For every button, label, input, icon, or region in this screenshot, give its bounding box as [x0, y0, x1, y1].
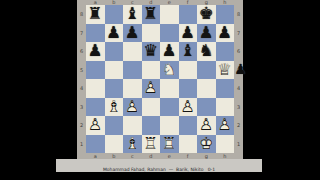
square-g6[interactable]: ♞ [197, 42, 216, 61]
piece-fill: ♛ [142, 42, 161, 61]
rank-label-2: 2 [77, 116, 86, 135]
square-d7[interactable] [142, 24, 161, 43]
piece-white-king-g1[interactable]: ♚♔ [197, 135, 216, 154]
square-d4[interactable]: ♟♙ [142, 79, 161, 98]
piece-black-pawn-f7[interactable]: ♟ [179, 24, 198, 43]
square-b8[interactable] [105, 5, 124, 24]
piece-white-pawn-d4[interactable]: ♟♙ [142, 79, 161, 98]
rank-label-6: 6 [234, 42, 243, 61]
piece-white-bishop-b3[interactable]: ♝♗ [105, 98, 124, 117]
square-f1[interactable] [179, 135, 198, 154]
piece-black-queen-d6[interactable]: ♛ [142, 42, 161, 61]
piece-fill: ♟ [179, 24, 198, 43]
square-f4[interactable] [179, 79, 198, 98]
piece-black-pawn-e6[interactable]: ♟ [160, 42, 179, 61]
piece-outline: ♖ [160, 135, 179, 154]
piece-black-bishop-f6[interactable]: ♝ [179, 42, 198, 61]
square-c4[interactable] [123, 79, 142, 98]
piece-fill: ♝ [123, 5, 142, 24]
piece-outline: ♘ [160, 61, 179, 80]
rank-labels-left: 87654321 [77, 5, 86, 153]
piece-black-pawn-g7[interactable]: ♟ [197, 24, 216, 43]
square-c6[interactable] [123, 42, 142, 61]
square-d8[interactable]: ♜ [142, 5, 161, 24]
material-black-pawn-icon: ♟ [233, 61, 248, 78]
piece-black-rook-d8[interactable]: ♜ [142, 5, 161, 24]
piece-outline: ♗ [105, 98, 124, 117]
square-a6[interactable]: ♟ [86, 42, 105, 61]
piece-outline: ♙ [179, 98, 198, 117]
square-g8[interactable]: ♚ [197, 5, 216, 24]
piece-outline: ♙ [123, 98, 142, 117]
square-d2[interactable] [142, 116, 161, 135]
square-d5[interactable] [142, 61, 161, 80]
piece-white-rook-e1[interactable]: ♜♖ [160, 135, 179, 154]
square-h4[interactable] [216, 79, 235, 98]
rank-label-7: 7 [234, 24, 243, 43]
piece-outline: ♙ [216, 116, 235, 135]
rank-label-8: 8 [77, 5, 86, 24]
square-b4[interactable] [105, 79, 124, 98]
square-b7[interactable]: ♟ [105, 24, 124, 43]
piece-black-knight-g6[interactable]: ♞ [197, 42, 216, 61]
piece-fill: ♟ [216, 24, 235, 43]
piece-white-pawn-h2[interactable]: ♟♙ [216, 116, 235, 135]
square-d3[interactable] [142, 98, 161, 117]
square-e3[interactable] [160, 98, 179, 117]
rank-labels-right: 87654321 [234, 5, 243, 153]
caption-players-result: Mohammad Fahad, Rahman — Barik, Nikito 0… [56, 168, 262, 172]
square-f8[interactable] [179, 5, 198, 24]
square-f5[interactable] [179, 61, 198, 80]
piece-outline: ♗ [123, 135, 142, 154]
square-a4[interactable] [86, 79, 105, 98]
piece-outline: ♙ [197, 116, 216, 135]
square-e8[interactable] [160, 5, 179, 24]
square-f2[interactable] [179, 116, 198, 135]
piece-black-pawn-a6[interactable]: ♟ [86, 42, 105, 61]
piece-outline: ♖ [142, 135, 161, 154]
piece-white-pawn-c3[interactable]: ♟♙ [123, 98, 142, 117]
rank-label-8: 8 [234, 5, 243, 24]
piece-black-pawn-h7[interactable]: ♟ [216, 24, 235, 43]
square-a1[interactable] [86, 135, 105, 154]
square-b3[interactable]: ♝♗ [105, 98, 124, 117]
square-a7[interactable] [86, 24, 105, 43]
square-e4[interactable] [160, 79, 179, 98]
square-g2[interactable]: ♟♙ [197, 116, 216, 135]
piece-outline: ♔ [197, 135, 216, 154]
square-c5[interactable] [123, 61, 142, 80]
piece-fill: ♜ [142, 5, 161, 24]
rank-label-4: 4 [77, 79, 86, 98]
square-f6[interactable]: ♝ [179, 42, 198, 61]
piece-fill: ♟ [123, 24, 142, 43]
square-h8[interactable] [216, 5, 235, 24]
square-e7[interactable] [160, 24, 179, 43]
square-c1[interactable]: ♝♗ [123, 135, 142, 154]
square-h5[interactable]: ♛♕ [216, 61, 235, 80]
rank-label-6: 6 [77, 42, 86, 61]
rank-label-3: 3 [234, 98, 243, 117]
piece-outline: ♕ [216, 61, 235, 80]
square-a3[interactable] [86, 98, 105, 117]
rank-label-3: 3 [77, 98, 86, 117]
piece-white-pawn-g2[interactable]: ♟♙ [197, 116, 216, 135]
square-c7[interactable]: ♟ [123, 24, 142, 43]
square-h1[interactable] [216, 135, 235, 154]
piece-white-pawn-f3[interactable]: ♟♙ [179, 98, 198, 117]
square-c2[interactable] [123, 116, 142, 135]
square-b5[interactable] [105, 61, 124, 80]
rank-label-2: 2 [234, 116, 243, 135]
piece-white-pawn-a2[interactable]: ♟♙ [86, 116, 105, 135]
rank-label-5: 5 [77, 61, 86, 80]
square-h7[interactable]: ♟ [216, 24, 235, 43]
piece-fill: ♜ [86, 5, 105, 24]
square-b6[interactable] [105, 42, 124, 61]
square-f3[interactable]: ♟♙ [179, 98, 198, 117]
square-a2[interactable]: ♟♙ [86, 116, 105, 135]
square-a5[interactable] [86, 61, 105, 80]
square-e1[interactable]: ♜♖ [160, 135, 179, 154]
piece-black-pawn-b7[interactable]: ♟ [105, 24, 124, 43]
piece-fill: ♞ [197, 42, 216, 61]
square-h3[interactable] [216, 98, 235, 117]
piece-fill: ♟ [197, 24, 216, 43]
chess-board-panel: abcdefgh 87654321 ♜♝♜♚♟♟♟♟♟♟♛♟♝♞♞♘♛♕♟♙♝♗… [77, 0, 243, 160]
rank-label-1: 1 [234, 135, 243, 154]
square-e5[interactable]: ♞♘ [160, 61, 179, 80]
piece-fill: ♟ [86, 42, 105, 61]
square-g3[interactable] [197, 98, 216, 117]
caption-bar: Mohammad Fahad, Rahman — Barik, Nikito 0… [56, 159, 262, 172]
square-e2[interactable] [160, 116, 179, 135]
square-e6[interactable]: ♟ [160, 42, 179, 61]
piece-fill: ♟ [160, 42, 179, 61]
square-h6[interactable] [216, 42, 235, 61]
piece-outline: ♙ [86, 116, 105, 135]
square-c3[interactable]: ♟♙ [123, 98, 142, 117]
piece-black-rook-a8[interactable]: ♜ [86, 5, 105, 24]
piece-black-pawn-c7[interactable]: ♟ [123, 24, 142, 43]
chess-board[interactable]: ♜♝♜♚♟♟♟♟♟♟♛♟♝♞♞♘♛♕♟♙♝♗♟♙♟♙♟♙♟♙♟♙♝♗♜♖♜♖♚♔ [86, 5, 234, 153]
piece-black-king-g8[interactable]: ♚ [197, 5, 216, 24]
square-b1[interactable] [105, 135, 124, 154]
square-h2[interactable]: ♟♙ [216, 116, 235, 135]
rank-label-7: 7 [77, 24, 86, 43]
square-g4[interactable] [197, 79, 216, 98]
piece-white-knight-e5[interactable]: ♞♘ [160, 61, 179, 80]
square-c8[interactable]: ♝ [123, 5, 142, 24]
piece-outline: ♙ [142, 79, 161, 98]
piece-fill: ♟ [105, 24, 124, 43]
piece-fill: ♚ [197, 5, 216, 24]
square-g1[interactable]: ♚♔ [197, 135, 216, 154]
video-frame: abcdefgh 87654321 ♜♝♜♚♟♟♟♟♟♟♛♟♝♞♞♘♛♕♟♙♝♗… [0, 0, 320, 180]
square-g5[interactable] [197, 61, 216, 80]
square-a8[interactable]: ♜ [86, 5, 105, 24]
square-g7[interactable]: ♟ [197, 24, 216, 43]
square-d1[interactable]: ♜♖ [142, 135, 161, 154]
piece-fill: ♝ [179, 42, 198, 61]
piece-black-bishop-c8[interactable]: ♝ [123, 5, 142, 24]
square-d6[interactable]: ♛ [142, 42, 161, 61]
rank-label-4: 4 [234, 79, 243, 98]
square-f7[interactable]: ♟ [179, 24, 198, 43]
piece-white-queen-h5[interactable]: ♛♕ [216, 61, 235, 80]
square-b2[interactable] [105, 116, 124, 135]
piece-white-rook-d1[interactable]: ♜♖ [142, 135, 161, 154]
piece-white-bishop-c1[interactable]: ♝♗ [123, 135, 142, 154]
rank-label-1: 1 [77, 135, 86, 154]
